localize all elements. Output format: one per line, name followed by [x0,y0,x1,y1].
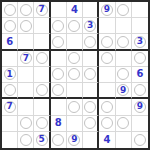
cell-r7c7[interactable] [99,99,115,115]
given-digit: 5 [38,135,44,144]
cell-r3c5[interactable] [67,34,83,50]
odd-marker-circle [4,4,16,16]
odd-marker-circle: 7 [20,52,32,64]
cell-r6c5[interactable] [67,83,83,99]
odd-marker-circle [52,134,64,146]
cell-r2c2[interactable] [18,18,34,34]
odd-marker-circle [20,20,32,32]
cell-r9c4[interactable] [51,132,67,148]
cell-r8c2[interactable] [18,116,34,132]
odd-marker-circle [84,36,96,48]
odd-marker-circle [101,101,113,113]
cell-r5c6[interactable] [83,67,99,83]
cell-r1c5[interactable]: 4 [67,2,83,18]
odd-marker-circle: 7 [4,101,16,113]
cell-r5c2[interactable] [18,67,34,83]
cell-r5c8[interactable] [116,67,132,83]
odd-marker-circle: 1 [4,68,16,80]
cell-r8c3[interactable] [34,116,50,132]
odd-marker-circle [52,68,64,80]
odd-marker-circle [101,52,113,64]
given-digit: 3 [87,21,93,30]
cell-r4c4[interactable] [51,51,67,67]
odd-marker-circle: 9 [117,84,129,96]
given-digit: 9 [71,135,77,144]
odd-marker-circle: 9 [101,4,113,16]
cell-r1c6[interactable] [83,2,99,18]
cell-r8c6[interactable] [83,116,99,132]
cell-r4c9[interactable] [132,51,148,67]
odd-marker-circle [68,20,80,32]
given-digit: 7 [38,5,44,14]
given-digit: 7 [23,54,29,63]
cell-r3c4[interactable] [51,34,67,50]
cell-r4c3[interactable] [34,51,50,67]
cell-r6c3[interactable] [34,83,50,99]
cell-r9c9[interactable] [132,132,148,148]
odd-marker-circle [52,20,64,32]
given-digit: 9 [104,5,110,14]
given-digit: 3 [137,37,143,46]
odd-marker-circle [134,84,146,96]
cell-r4c2[interactable]: 7 [18,51,34,67]
cell-r5c9[interactable]: 6 [132,67,148,83]
odd-marker-circle [117,117,129,129]
cell-r7c6[interactable] [83,99,99,115]
cell-r5c5[interactable] [67,67,83,83]
cell-r9c8[interactable] [116,132,132,148]
cell-r3c6[interactable] [83,34,99,50]
cell-r1c9[interactable] [132,2,148,18]
cell-r8c7[interactable] [99,116,115,132]
cell-r5c7[interactable] [99,67,115,83]
cell-r7c1[interactable]: 7 [2,99,18,115]
cell-r6c2[interactable] [18,83,34,99]
given-digit: 9 [120,86,126,95]
cell-r4c1[interactable] [2,51,18,67]
given-digit: 1 [6,70,12,79]
cell-r4c6[interactable] [83,51,99,67]
cell-r1c2[interactable] [18,2,34,18]
sudoku-board: 7493637169798594 [0,0,150,150]
odd-marker-circle: 5 [36,134,48,146]
odd-marker-circle [52,36,64,48]
odd-marker-circle [36,117,48,129]
odd-marker-circle [4,20,16,32]
cell-r8c8[interactable] [116,116,132,132]
odd-marker-circle: 9 [68,134,80,146]
odd-marker-circle [36,84,48,96]
given-digit: 4 [71,5,78,15]
cell-r2c9[interactable] [132,18,148,34]
odd-marker-circle [4,84,16,96]
odd-marker-circle [101,36,113,48]
cell-r1c8[interactable] [116,2,132,18]
cell-r3c7[interactable] [99,34,115,50]
cell-r8c9[interactable] [132,116,148,132]
cell-r9c7[interactable]: 4 [99,132,115,148]
cell-r2c6[interactable]: 3 [83,18,99,34]
given-digit: 7 [6,102,12,111]
odd-marker-circle [101,117,113,129]
odd-marker-circle [117,36,129,48]
cell-r5c3[interactable] [34,67,50,83]
cell-r8c1[interactable] [2,116,18,132]
odd-marker-circle [84,68,96,80]
cell-r7c2[interactable] [18,99,34,115]
odd-marker-circle [117,68,129,80]
cell-r7c4[interactable] [51,99,67,115]
cell-r2c7[interactable] [99,18,115,34]
cell-r8c5[interactable] [67,116,83,132]
odd-marker-circle [68,52,80,64]
cell-r9c1[interactable] [2,132,18,148]
odd-marker-circle [68,68,80,80]
cell-r3c9[interactable]: 3 [132,34,148,50]
odd-marker-circle [20,134,32,146]
cell-r4c5[interactable] [67,51,83,67]
cell-r7c5[interactable] [67,99,83,115]
cell-r6c1[interactable] [2,83,18,99]
cell-r7c8[interactable] [116,99,132,115]
cell-r2c5[interactable] [67,18,83,34]
cell-r3c1[interactable]: 6 [2,34,18,50]
odd-marker-circle: 7 [36,4,48,16]
cell-r1c7[interactable]: 9 [99,2,115,18]
cell-r6c6[interactable] [83,83,99,99]
cell-r6c9[interactable] [132,83,148,99]
cell-r2c1[interactable] [2,18,18,34]
odd-marker-circle [20,4,32,16]
cell-r7c3[interactable] [34,99,50,115]
given-digit: 6 [6,37,13,47]
odd-marker-circle: 3 [84,20,96,32]
cell-r3c8[interactable] [116,34,132,50]
odd-marker-circle: 3 [134,36,146,48]
cell-r7c9[interactable]: 9 [132,99,148,115]
cell-r9c5[interactable]: 9 [67,132,83,148]
cell-r1c1[interactable] [2,2,18,18]
cell-r1c4[interactable] [51,2,67,18]
odd-marker-circle [117,4,129,16]
odd-marker-circle [20,117,32,129]
odd-marker-circle [134,52,146,64]
cell-r1c3[interactable]: 7 [34,2,50,18]
cell-r3c3[interactable] [34,34,50,50]
given-digit: 4 [103,135,110,145]
cell-r4c8[interactable] [116,51,132,67]
cell-r6c8[interactable]: 9 [116,83,132,99]
cell-r2c3[interactable] [34,18,50,34]
given-digit: 9 [137,102,143,111]
odd-marker-circle [52,84,64,96]
cell-r2c4[interactable] [51,18,67,34]
odd-marker-circle [36,52,48,64]
odd-marker-circle [84,117,96,129]
given-digit: 8 [55,118,62,128]
odd-marker-circle [134,134,146,146]
cell-r6c7[interactable] [99,83,115,99]
cell-r9c3[interactable]: 5 [34,132,50,148]
odd-marker-circle: 9 [134,101,146,113]
odd-marker-circle [84,101,96,113]
cell-r8c4[interactable]: 8 [51,116,67,132]
cell-r9c6[interactable] [83,132,99,148]
cell-r5c1[interactable]: 1 [2,67,18,83]
odd-marker-circle [68,101,80,113]
cell-r5c4[interactable] [51,67,67,83]
cell-r6c4[interactable] [51,83,67,99]
cell-r3c2[interactable] [18,34,34,50]
cell-r2c8[interactable] [116,18,132,34]
given-digit: 6 [136,69,143,79]
cell-r9c2[interactable] [18,132,34,148]
cell-r4c7[interactable] [99,51,115,67]
